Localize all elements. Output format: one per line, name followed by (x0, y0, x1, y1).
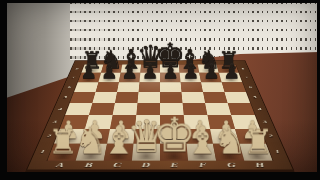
rank-label-left-4: 4 (58, 107, 63, 111)
square-f5[interactable] (181, 92, 205, 103)
square-h7[interactable]: ♟ (219, 73, 242, 82)
piece-black-pawn[interactable]: ♟ (80, 63, 97, 81)
file-label-a: A (55, 161, 66, 169)
square-b7[interactable]: ♟ (98, 73, 120, 82)
file-labels: ABCDEFGH (44, 161, 276, 170)
square-c6[interactable] (117, 82, 139, 92)
piece-black-pawn[interactable]: ♟ (223, 63, 240, 81)
photo-scene: ♜♞♝♛♚♝♞♜♟♟♟♟♟♟♟♟♟♟♟♟♟♟♟♟♜♞♝♛♚♝♞♜ ABCDEFG… (0, 0, 320, 180)
square-f6[interactable] (181, 82, 203, 92)
square-e1[interactable]: ♚ (160, 144, 188, 161)
rank-label-left-1: 1 (39, 149, 45, 154)
square-a1[interactable]: ♜ (48, 144, 81, 161)
piece-white-king[interactable]: ♚ (152, 113, 195, 159)
square-f7[interactable]: ♟ (180, 73, 201, 82)
rank-label-right-5: 5 (253, 96, 258, 99)
piece-white-rook[interactable]: ♜ (243, 126, 273, 158)
square-g7[interactable]: ♟ (199, 73, 221, 82)
square-h1[interactable]: ♜ (239, 144, 272, 161)
rank-label-right-7: 7 (244, 76, 248, 79)
board-grid: ♜♞♝♛♚♝♞♜♟♟♟♟♟♟♟♟♟♟♟♟♟♟♟♟♜♞♝♛♚♝♞♜ (48, 65, 273, 161)
square-b5[interactable] (92, 92, 117, 103)
square-d5[interactable] (137, 92, 160, 103)
square-e5[interactable] (160, 92, 183, 103)
file-label-b: B (84, 161, 94, 169)
rank-label-right-4: 4 (257, 107, 262, 111)
square-e7[interactable]: ♟ (160, 73, 181, 82)
piece-black-pawn[interactable]: ♟ (182, 63, 199, 81)
square-g5[interactable] (203, 92, 228, 103)
file-label-h: H (254, 161, 266, 169)
square-c5[interactable] (115, 92, 139, 103)
square-h4[interactable] (228, 103, 255, 115)
file-label-g: G (226, 161, 237, 169)
square-g1[interactable]: ♞ (213, 144, 244, 161)
square-d7[interactable]: ♟ (139, 73, 160, 82)
rank-label-right-6: 6 (248, 85, 253, 88)
square-e6[interactable] (160, 82, 181, 92)
file-label-d: D (141, 161, 150, 169)
file-label-e: E (170, 161, 178, 169)
piece-white-knight[interactable]: ♞ (74, 124, 107, 159)
square-b1[interactable]: ♞ (76, 144, 107, 161)
square-h6[interactable] (222, 82, 246, 92)
rank-label-left-6: 6 (67, 85, 72, 88)
square-b6[interactable] (96, 82, 119, 92)
letterbox-left (0, 0, 7, 180)
letterbox-top (0, 0, 320, 3)
piece-black-pawn[interactable]: ♟ (121, 63, 138, 81)
piece-black-pawn[interactable]: ♟ (100, 63, 117, 81)
rank-label-right-8: 8 (241, 67, 245, 70)
square-g6[interactable] (201, 82, 224, 92)
piece-black-pawn[interactable]: ♟ (162, 63, 179, 81)
rank-label-left-5: 5 (63, 96, 68, 99)
letterbox-bottom (0, 172, 320, 180)
rank-label-left-7: 7 (71, 76, 75, 79)
piece-black-pawn[interactable]: ♟ (203, 63, 220, 81)
square-d6[interactable] (139, 82, 160, 92)
piece-white-knight[interactable]: ♞ (213, 124, 246, 159)
rank-label-right-1: 1 (274, 149, 280, 154)
square-c7[interactable]: ♟ (119, 73, 140, 82)
piece-white-rook[interactable]: ♜ (47, 126, 77, 158)
square-b4[interactable] (89, 103, 115, 115)
file-label-f: F (198, 161, 207, 169)
square-h5[interactable] (224, 92, 250, 103)
piece-black-pawn[interactable]: ♟ (141, 63, 158, 81)
square-c1[interactable]: ♝ (104, 144, 134, 161)
file-label-c: C (113, 161, 122, 169)
rank-label-left-8: 8 (75, 67, 79, 70)
